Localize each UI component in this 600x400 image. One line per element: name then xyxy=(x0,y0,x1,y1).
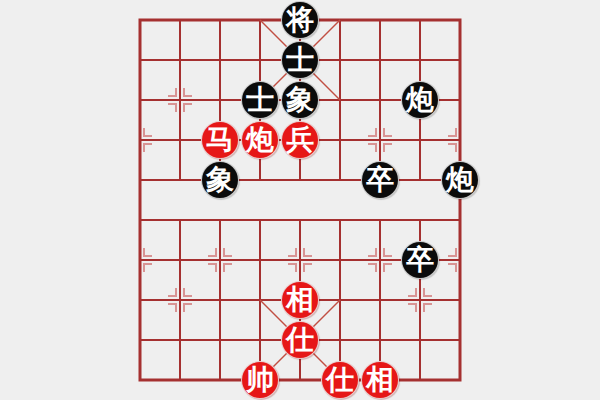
piece-black-cannon[interactable]: 炮 xyxy=(401,81,439,119)
piece-red-advisor[interactable]: 仕 xyxy=(321,361,359,399)
piece-black-soldier[interactable]: 卒 xyxy=(401,241,439,279)
piece-black-elephant[interactable]: 象 xyxy=(201,161,239,199)
piece-black-general[interactable]: 将 xyxy=(281,1,319,39)
piece-black-elephant[interactable]: 象 xyxy=(281,81,319,119)
xiangqi-board: 将士士象炮象卒炮卒马炮兵相仕帅仕相 xyxy=(0,0,600,400)
pieces-layer: 将士士象炮象卒炮卒马炮兵相仕帅仕相 xyxy=(0,0,600,400)
piece-black-advisor[interactable]: 士 xyxy=(281,41,319,79)
piece-black-cannon[interactable]: 炮 xyxy=(441,161,479,199)
piece-red-elephant[interactable]: 相 xyxy=(361,361,399,399)
piece-red-advisor[interactable]: 仕 xyxy=(281,321,319,359)
piece-black-soldier[interactable]: 卒 xyxy=(361,161,399,199)
piece-red-soldier[interactable]: 兵 xyxy=(281,121,319,159)
piece-red-elephant[interactable]: 相 xyxy=(281,281,319,319)
piece-red-general[interactable]: 帅 xyxy=(241,361,279,399)
piece-black-advisor[interactable]: 士 xyxy=(241,81,279,119)
piece-red-horse[interactable]: 马 xyxy=(201,121,239,159)
piece-red-cannon[interactable]: 炮 xyxy=(241,121,279,159)
